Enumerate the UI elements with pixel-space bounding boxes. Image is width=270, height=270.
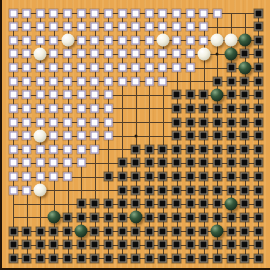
black-territory-point[interactable] — [156, 225, 169, 238]
empty-intersection[interactable] — [116, 102, 129, 115]
white-territory-point[interactable] — [170, 7, 183, 20]
white-territory-point[interactable] — [75, 129, 88, 142]
empty-intersection[interactable] — [197, 75, 210, 88]
empty-intersection[interactable] — [20, 197, 33, 210]
white-territory-point[interactable] — [34, 7, 47, 20]
white-territory-point[interactable] — [20, 170, 33, 183]
empty-intersection[interactable] — [156, 116, 169, 129]
black-stone-point[interactable] — [75, 225, 88, 238]
white-territory-point[interactable] — [20, 88, 33, 101]
black-territory-point[interactable] — [238, 156, 251, 169]
white-territory-point[interactable] — [20, 47, 33, 60]
white-territory-point[interactable] — [88, 143, 101, 156]
white-territory-point[interactable] — [7, 88, 20, 101]
black-territory-point[interactable] — [102, 252, 115, 265]
white-territory-point[interactable] — [7, 47, 20, 60]
black-territory-point[interactable] — [238, 238, 251, 251]
black-territory-point[interactable] — [47, 252, 60, 265]
white-territory-point[interactable] — [20, 75, 33, 88]
empty-intersection[interactable] — [61, 184, 74, 197]
black-territory-point[interactable] — [129, 170, 142, 183]
black-territory-point[interactable] — [184, 129, 197, 142]
white-territory-point[interactable] — [88, 34, 101, 47]
black-territory-point[interactable] — [143, 143, 156, 156]
black-territory-point[interactable] — [238, 225, 251, 238]
black-territory-point[interactable] — [197, 211, 210, 224]
black-territory-point[interactable] — [197, 252, 210, 265]
white-territory-point[interactable] — [34, 34, 47, 47]
black-territory-point[interactable] — [143, 197, 156, 210]
white-territory-point[interactable] — [116, 47, 129, 60]
white-territory-point[interactable] — [47, 20, 60, 33]
black-territory-point[interactable] — [170, 252, 183, 265]
black-territory-point[interactable] — [252, 88, 265, 101]
black-territory-point[interactable] — [102, 211, 115, 224]
white-territory-point[interactable] — [88, 7, 101, 20]
black-territory-point[interactable] — [238, 211, 251, 224]
black-territory-point[interactable] — [143, 252, 156, 265]
black-territory-point[interactable] — [34, 252, 47, 265]
empty-intersection[interactable] — [47, 184, 60, 197]
empty-intersection[interactable] — [129, 102, 142, 115]
black-territory-point[interactable] — [238, 170, 251, 183]
black-territory-point[interactable] — [238, 102, 251, 115]
white-territory-point[interactable] — [75, 116, 88, 129]
black-territory-point[interactable] — [116, 197, 129, 210]
black-territory-point[interactable] — [170, 170, 183, 183]
white-territory-point[interactable] — [116, 61, 129, 74]
empty-intersection[interactable] — [88, 184, 101, 197]
white-territory-point[interactable] — [143, 47, 156, 60]
white-territory-point[interactable] — [184, 47, 197, 60]
black-territory-point[interactable] — [225, 252, 238, 265]
black-territory-point[interactable] — [211, 211, 224, 224]
black-territory-point[interactable] — [129, 252, 142, 265]
white-territory-point[interactable] — [61, 170, 74, 183]
white-territory-point[interactable] — [47, 116, 60, 129]
white-territory-point[interactable] — [102, 75, 115, 88]
black-territory-point[interactable] — [170, 129, 183, 142]
black-territory-point[interactable] — [116, 225, 129, 238]
black-territory-point[interactable] — [225, 102, 238, 115]
black-territory-point[interactable] — [88, 238, 101, 251]
black-territory-point[interactable] — [252, 34, 265, 47]
empty-intersection[interactable] — [7, 197, 20, 210]
white-territory-point[interactable] — [75, 156, 88, 169]
white-territory-point[interactable] — [61, 75, 74, 88]
white-territory-point[interactable] — [61, 61, 74, 74]
black-territory-point[interactable] — [197, 156, 210, 169]
black-territory-point[interactable] — [129, 197, 142, 210]
black-stone-point[interactable] — [238, 61, 251, 74]
black-territory-point[interactable] — [197, 116, 210, 129]
white-territory-point[interactable] — [102, 61, 115, 74]
white-territory-point[interactable] — [7, 129, 20, 142]
black-territory-point[interactable] — [225, 143, 238, 156]
white-stone-point[interactable] — [61, 34, 74, 47]
white-territory-point[interactable] — [170, 47, 183, 60]
black-territory-point[interactable] — [197, 197, 210, 210]
white-territory-point[interactable] — [34, 88, 47, 101]
white-territory-point[interactable] — [20, 7, 33, 20]
empty-intersection[interactable] — [75, 184, 88, 197]
white-territory-point[interactable] — [47, 143, 60, 156]
black-territory-point[interactable] — [88, 225, 101, 238]
black-territory-point[interactable] — [47, 225, 60, 238]
black-territory-point[interactable] — [102, 238, 115, 251]
white-territory-point[interactable] — [61, 129, 74, 142]
white-territory-point[interactable] — [61, 102, 74, 115]
white-stone-point[interactable] — [225, 34, 238, 47]
white-stone-point[interactable] — [211, 34, 224, 47]
white-territory-point[interactable] — [156, 61, 169, 74]
white-territory-point[interactable] — [47, 7, 60, 20]
black-territory-point[interactable] — [252, 211, 265, 224]
black-territory-point[interactable] — [225, 170, 238, 183]
white-territory-point[interactable] — [47, 170, 60, 183]
black-territory-point[interactable] — [238, 116, 251, 129]
white-territory-point[interactable] — [129, 20, 142, 33]
white-territory-point[interactable] — [61, 156, 74, 169]
black-territory-point[interactable] — [225, 61, 238, 74]
empty-intersection[interactable] — [211, 20, 224, 33]
white-territory-point[interactable] — [34, 170, 47, 183]
black-territory-point[interactable] — [170, 116, 183, 129]
black-territory-point[interactable] — [170, 225, 183, 238]
black-territory-point[interactable] — [211, 156, 224, 169]
black-territory-point[interactable] — [252, 252, 265, 265]
white-territory-point[interactable] — [129, 47, 142, 60]
white-territory-point[interactable] — [184, 20, 197, 33]
white-territory-point[interactable] — [156, 20, 169, 33]
white-territory-point[interactable] — [7, 102, 20, 115]
black-stone-point[interactable] — [225, 197, 238, 210]
black-territory-point[interactable] — [252, 225, 265, 238]
black-territory-point[interactable] — [170, 211, 183, 224]
white-territory-point[interactable] — [129, 61, 142, 74]
white-territory-point[interactable] — [20, 20, 33, 33]
black-stone-point[interactable] — [47, 211, 60, 224]
black-territory-point[interactable] — [184, 102, 197, 115]
black-territory-point[interactable] — [184, 238, 197, 251]
empty-intersection[interactable] — [116, 129, 129, 142]
white-territory-point[interactable] — [88, 88, 101, 101]
black-territory-point[interactable] — [211, 197, 224, 210]
black-territory-point[interactable] — [197, 88, 210, 101]
white-territory-point[interactable] — [116, 7, 129, 20]
black-territory-point[interactable] — [143, 238, 156, 251]
empty-intersection[interactable] — [129, 88, 142, 101]
black-territory-point[interactable] — [238, 88, 251, 101]
empty-intersection[interactable] — [238, 7, 251, 20]
black-territory-point[interactable] — [170, 197, 183, 210]
white-territory-point[interactable] — [102, 116, 115, 129]
black-territory-point[interactable] — [184, 88, 197, 101]
white-territory-point[interactable] — [75, 34, 88, 47]
white-territory-point[interactable] — [34, 116, 47, 129]
white-territory-point[interactable] — [20, 61, 33, 74]
black-territory-point[interactable] — [211, 238, 224, 251]
black-territory-point[interactable] — [197, 225, 210, 238]
black-territory-point[interactable] — [143, 170, 156, 183]
white-territory-point[interactable] — [184, 7, 197, 20]
black-territory-point[interactable] — [184, 197, 197, 210]
empty-intersection[interactable] — [225, 7, 238, 20]
white-territory-point[interactable] — [143, 75, 156, 88]
white-territory-point[interactable] — [75, 7, 88, 20]
black-territory-point[interactable] — [116, 170, 129, 183]
white-territory-point[interactable] — [129, 7, 142, 20]
black-territory-point[interactable] — [129, 156, 142, 169]
empty-intersection[interactable] — [211, 61, 224, 74]
empty-intersection[interactable] — [129, 116, 142, 129]
white-territory-point[interactable] — [61, 47, 74, 60]
white-stone-point[interactable] — [197, 47, 210, 60]
black-territory-point[interactable] — [197, 129, 210, 142]
white-territory-point[interactable] — [20, 34, 33, 47]
black-territory-point[interactable] — [156, 211, 169, 224]
white-territory-point[interactable] — [116, 75, 129, 88]
black-territory-point[interactable] — [75, 252, 88, 265]
black-territory-point[interactable] — [225, 156, 238, 169]
black-territory-point[interactable] — [61, 238, 74, 251]
black-territory-point[interactable] — [211, 252, 224, 265]
black-territory-point[interactable] — [225, 129, 238, 142]
black-territory-point[interactable] — [238, 129, 251, 142]
black-territory-point[interactable] — [143, 225, 156, 238]
black-territory-point[interactable] — [7, 225, 20, 238]
white-territory-point[interactable] — [197, 20, 210, 33]
empty-intersection[interactable] — [61, 197, 74, 210]
black-territory-point[interactable] — [211, 184, 224, 197]
black-territory-point[interactable] — [61, 252, 74, 265]
empty-intersection[interactable] — [34, 197, 47, 210]
white-territory-point[interactable] — [34, 102, 47, 115]
go-board[interactable] — [0, 0, 270, 270]
empty-intersection[interactable] — [116, 88, 129, 101]
empty-intersection[interactable] — [20, 211, 33, 224]
black-territory-point[interactable] — [116, 238, 129, 251]
empty-intersection[interactable] — [170, 75, 183, 88]
white-territory-point[interactable] — [75, 47, 88, 60]
white-territory-point[interactable] — [34, 20, 47, 33]
black-territory-point[interactable] — [225, 238, 238, 251]
black-territory-point[interactable] — [61, 211, 74, 224]
empty-intersection[interactable] — [88, 170, 101, 183]
black-territory-point[interactable] — [143, 184, 156, 197]
white-territory-point[interactable] — [197, 7, 210, 20]
white-territory-point[interactable] — [184, 61, 197, 74]
black-territory-point[interactable] — [252, 75, 265, 88]
white-territory-point[interactable] — [47, 88, 60, 101]
hoshi-intersection[interactable] — [129, 129, 142, 142]
empty-intersection[interactable] — [75, 170, 88, 183]
black-territory-point[interactable] — [211, 116, 224, 129]
white-territory-point[interactable] — [61, 143, 74, 156]
black-territory-point[interactable] — [184, 170, 197, 183]
white-territory-point[interactable] — [47, 102, 60, 115]
white-territory-point[interactable] — [170, 20, 183, 33]
black-territory-point[interactable] — [7, 238, 20, 251]
black-territory-point[interactable] — [197, 238, 210, 251]
black-territory-point[interactable] — [170, 102, 183, 115]
black-territory-point[interactable] — [211, 75, 224, 88]
empty-intersection[interactable] — [116, 116, 129, 129]
white-territory-point[interactable] — [88, 61, 101, 74]
white-territory-point[interactable] — [88, 75, 101, 88]
white-territory-point[interactable] — [129, 34, 142, 47]
empty-intersection[interactable] — [102, 184, 115, 197]
black-territory-point[interactable] — [156, 170, 169, 183]
black-territory-point[interactable] — [252, 102, 265, 115]
black-territory-point[interactable] — [156, 238, 169, 251]
black-territory-point[interactable] — [170, 88, 183, 101]
black-territory-point[interactable] — [184, 184, 197, 197]
white-territory-point[interactable] — [47, 34, 60, 47]
black-territory-point[interactable] — [20, 238, 33, 251]
black-territory-point[interactable] — [75, 238, 88, 251]
black-territory-point[interactable] — [184, 143, 197, 156]
empty-intersection[interactable] — [7, 211, 20, 224]
white-territory-point[interactable] — [34, 75, 47, 88]
empty-intersection[interactable] — [143, 88, 156, 101]
black-stone-point[interactable] — [129, 211, 142, 224]
black-territory-point[interactable] — [34, 238, 47, 251]
black-territory-point[interactable] — [156, 143, 169, 156]
black-territory-point[interactable] — [156, 184, 169, 197]
white-territory-point[interactable] — [20, 184, 33, 197]
white-territory-point[interactable] — [170, 61, 183, 74]
white-territory-point[interactable] — [47, 75, 60, 88]
white-territory-point[interactable] — [7, 170, 20, 183]
black-territory-point[interactable] — [170, 184, 183, 197]
white-territory-point[interactable] — [75, 88, 88, 101]
white-territory-point[interactable] — [7, 116, 20, 129]
black-territory-point[interactable] — [211, 102, 224, 115]
white-territory-point[interactable] — [7, 20, 20, 33]
black-territory-point[interactable] — [252, 238, 265, 251]
white-territory-point[interactable] — [20, 102, 33, 115]
black-territory-point[interactable] — [211, 129, 224, 142]
black-territory-point[interactable] — [170, 143, 183, 156]
black-territory-point[interactable] — [116, 252, 129, 265]
white-territory-point[interactable] — [47, 156, 60, 169]
white-territory-point[interactable] — [184, 34, 197, 47]
black-territory-point[interactable] — [116, 184, 129, 197]
white-territory-point[interactable] — [75, 20, 88, 33]
black-territory-point[interactable] — [129, 184, 142, 197]
empty-intersection[interactable] — [143, 129, 156, 142]
black-territory-point[interactable] — [238, 184, 251, 197]
black-territory-point[interactable] — [252, 20, 265, 33]
white-territory-point[interactable] — [75, 61, 88, 74]
black-territory-point[interactable] — [238, 143, 251, 156]
black-territory-point[interactable] — [170, 156, 183, 169]
white-territory-point[interactable] — [47, 61, 60, 74]
black-territory-point[interactable] — [197, 184, 210, 197]
black-territory-point[interactable] — [20, 252, 33, 265]
white-territory-point[interactable] — [156, 47, 169, 60]
empty-intersection[interactable] — [197, 61, 210, 74]
black-territory-point[interactable] — [252, 143, 265, 156]
white-territory-point[interactable] — [88, 116, 101, 129]
white-territory-point[interactable] — [143, 20, 156, 33]
black-territory-point[interactable] — [252, 197, 265, 210]
black-stone-point[interactable] — [225, 47, 238, 60]
white-territory-point[interactable] — [102, 7, 115, 20]
black-territory-point[interactable] — [47, 238, 60, 251]
white-territory-point[interactable] — [20, 129, 33, 142]
black-territory-point[interactable] — [7, 252, 20, 265]
white-territory-point[interactable] — [7, 184, 20, 197]
empty-intersection[interactable] — [102, 156, 115, 169]
black-territory-point[interactable] — [225, 88, 238, 101]
empty-intersection[interactable] — [238, 20, 251, 33]
black-territory-point[interactable] — [61, 225, 74, 238]
white-territory-point[interactable] — [61, 88, 74, 101]
black-territory-point[interactable] — [252, 7, 265, 20]
black-territory-point[interactable] — [252, 184, 265, 197]
empty-intersection[interactable] — [116, 143, 129, 156]
white-territory-point[interactable] — [102, 34, 115, 47]
empty-intersection[interactable] — [156, 129, 169, 142]
black-territory-point[interactable] — [252, 61, 265, 74]
black-territory-point[interactable] — [184, 116, 197, 129]
black-territory-point[interactable] — [156, 197, 169, 210]
white-territory-point[interactable] — [75, 143, 88, 156]
black-territory-point[interactable] — [75, 197, 88, 210]
white-territory-point[interactable] — [7, 156, 20, 169]
black-territory-point[interactable] — [197, 170, 210, 183]
black-territory-point[interactable] — [102, 170, 115, 183]
black-territory-point[interactable] — [34, 225, 47, 238]
white-territory-point[interactable] — [102, 47, 115, 60]
white-territory-point[interactable] — [75, 75, 88, 88]
empty-intersection[interactable] — [47, 197, 60, 210]
white-territory-point[interactable] — [61, 20, 74, 33]
empty-intersection[interactable] — [88, 156, 101, 169]
white-territory-point[interactable] — [7, 61, 20, 74]
empty-intersection[interactable] — [143, 102, 156, 115]
black-territory-point[interactable] — [225, 225, 238, 238]
white-territory-point[interactable] — [20, 143, 33, 156]
black-territory-point[interactable] — [156, 252, 169, 265]
white-stone-point[interactable] — [34, 47, 47, 60]
black-territory-point[interactable] — [225, 184, 238, 197]
black-territory-point[interactable] — [143, 211, 156, 224]
white-territory-point[interactable] — [7, 75, 20, 88]
white-territory-point[interactable] — [47, 47, 60, 60]
white-territory-point[interactable] — [61, 116, 74, 129]
white-territory-point[interactable] — [156, 75, 169, 88]
black-territory-point[interactable] — [252, 156, 265, 169]
white-territory-point[interactable] — [102, 88, 115, 101]
white-territory-point[interactable] — [75, 102, 88, 115]
white-territory-point[interactable] — [34, 143, 47, 156]
white-territory-point[interactable] — [7, 34, 20, 47]
black-territory-point[interactable] — [156, 156, 169, 169]
black-territory-point[interactable] — [252, 129, 265, 142]
black-territory-point[interactable] — [129, 225, 142, 238]
black-territory-point[interactable] — [225, 75, 238, 88]
white-territory-point[interactable] — [170, 34, 183, 47]
black-territory-point[interactable] — [88, 252, 101, 265]
white-territory-point[interactable] — [211, 7, 224, 20]
black-territory-point[interactable] — [238, 197, 251, 210]
black-territory-point[interactable] — [225, 116, 238, 129]
hoshi-intersection[interactable] — [211, 47, 224, 60]
black-territory-point[interactable] — [143, 156, 156, 169]
